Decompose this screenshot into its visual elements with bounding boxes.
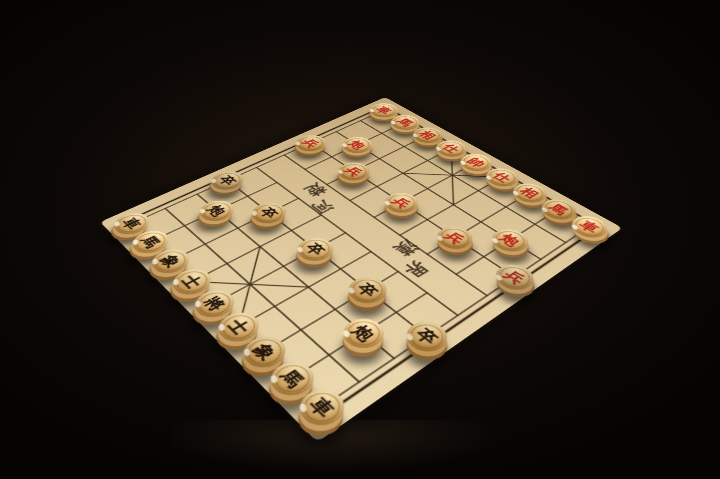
piece-red-soldier[interactable]: 兵 xyxy=(378,189,424,217)
piece-red-soldier[interactable]: 兵 xyxy=(430,223,479,254)
piece-character: 卒 xyxy=(246,199,293,228)
piece-black-cannon[interactable]: 炮 xyxy=(336,313,392,354)
piece-character: 炮 xyxy=(194,197,240,225)
piece-character: 兵 xyxy=(290,132,332,154)
piece-black-soldier[interactable]: 卒 xyxy=(291,233,341,265)
piece-character: 兵 xyxy=(378,189,424,217)
xiangqi-board: 楚河漢界 車馬相仕炮兵帥仕兵相卒馬兵車卒炮炮兵車卒馬兵象卒士將卒炮士象馬車 xyxy=(100,97,622,442)
photo-scene: 楚河漢界 車馬相仕炮兵帥仕兵相卒馬兵車卒炮炮兵車卒馬兵象卒士將卒炮士象馬車 xyxy=(0,0,720,479)
piece-red-cannon[interactable]: 炮 xyxy=(336,134,378,157)
piece-red-soldier[interactable]: 兵 xyxy=(488,260,541,295)
pieces-layer: 車馬相仕炮兵帥仕兵相卒馬兵車卒炮炮兵車卒馬兵象卒士將卒炮士象馬車 xyxy=(100,97,622,442)
piece-red-soldier[interactable]: 兵 xyxy=(332,159,376,184)
piece-character: 卒 xyxy=(291,233,341,265)
piece-character: 卒 xyxy=(341,272,394,308)
piece-black-cannon[interactable]: 炮 xyxy=(194,197,240,225)
piece-character: 兵 xyxy=(488,260,541,295)
piece-character: 兵 xyxy=(332,159,376,184)
piece-red-soldier[interactable]: 兵 xyxy=(290,132,332,154)
piece-black-soldier[interactable]: 卒 xyxy=(205,168,249,194)
piece-character: 炮 xyxy=(485,225,535,256)
piece-black-soldier[interactable]: 卒 xyxy=(246,199,293,228)
piece-character: 卒 xyxy=(205,168,249,194)
piece-black-soldier[interactable]: 卒 xyxy=(341,272,394,308)
piece-character: 炮 xyxy=(336,313,392,354)
piece-character: 炮 xyxy=(336,134,378,157)
piece-character: 兵 xyxy=(430,223,479,254)
piece-red-cannon[interactable]: 炮 xyxy=(485,225,535,256)
piece-black-soldier[interactable]: 卒 xyxy=(398,316,455,357)
piece-character: 卒 xyxy=(398,316,455,357)
